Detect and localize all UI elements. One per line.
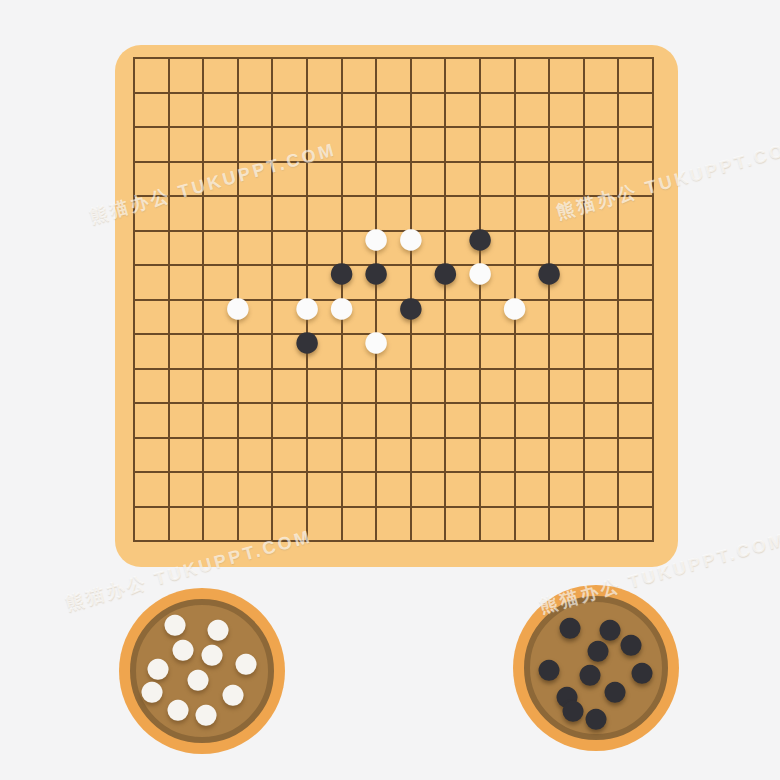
grid-cell (237, 126, 272, 161)
grid-cell (271, 126, 306, 161)
grid-cell (168, 195, 203, 230)
go-stone-white[interactable]: ● (461, 252, 499, 290)
grid-cell (306, 368, 341, 403)
go-stone-white[interactable]: ● (392, 218, 430, 256)
grid-cell (548, 471, 583, 506)
grid-cell (271, 368, 306, 403)
grid-cell (479, 126, 514, 161)
grid-cell (617, 92, 652, 127)
grid-cell (237, 230, 272, 265)
grid-cell (202, 92, 237, 127)
grid-cell (444, 92, 479, 127)
grid-cell (202, 471, 237, 506)
grid-cell (202, 57, 237, 92)
grid-cell (168, 230, 203, 265)
grid-cell (237, 161, 272, 196)
grid-cell (548, 506, 583, 541)
grid-cell (548, 92, 583, 127)
grid-cell (583, 161, 618, 196)
grid-cell (133, 437, 168, 472)
grid-cell (514, 161, 549, 196)
grid-cell (617, 126, 652, 161)
grid-cell (548, 161, 583, 196)
grid-cell (168, 161, 203, 196)
grid-cell (479, 92, 514, 127)
grid-cell (583, 264, 618, 299)
grid-cell (133, 264, 168, 299)
grid-cell (583, 126, 618, 161)
grid-cell (548, 368, 583, 403)
grid-cell (548, 299, 583, 334)
grid-cell (341, 368, 376, 403)
grid-cell (410, 126, 445, 161)
grid-cell (133, 368, 168, 403)
grid-cell (617, 437, 652, 472)
grid-cell (341, 92, 376, 127)
grid-cell (444, 471, 479, 506)
grid-cell (202, 333, 237, 368)
grid-cell (168, 92, 203, 127)
grid-cell (444, 368, 479, 403)
grid-cell (479, 333, 514, 368)
grid-cell (410, 57, 445, 92)
grid-cell (306, 437, 341, 472)
go-stone-white[interactable]: ● (357, 321, 395, 359)
grid-cell (133, 195, 168, 230)
grid-cell (548, 333, 583, 368)
grid-cell (168, 126, 203, 161)
grid-cell (617, 195, 652, 230)
grid-cell (237, 506, 272, 541)
grid-cell (444, 333, 479, 368)
grid-cell (583, 402, 618, 437)
grid-cell (202, 368, 237, 403)
grid-cell (306, 126, 341, 161)
grid-cell (410, 437, 445, 472)
grid-cell (548, 437, 583, 472)
grid-cell (133, 57, 168, 92)
grid-cell (133, 161, 168, 196)
grid-cell (341, 126, 376, 161)
grid-cell (583, 471, 618, 506)
grid-cell (202, 506, 237, 541)
grid-cell (133, 506, 168, 541)
grid-cell (168, 506, 203, 541)
go-stone-white[interactable]: ● (496, 287, 534, 325)
grid-cell (514, 333, 549, 368)
grid-cell (237, 92, 272, 127)
grid-cell (583, 437, 618, 472)
grid-cell (271, 437, 306, 472)
grid-cell (271, 471, 306, 506)
grid-cell (444, 57, 479, 92)
grid-cell (237, 333, 272, 368)
grid-cell (375, 437, 410, 472)
grid-cell (271, 92, 306, 127)
grid-cell (617, 161, 652, 196)
grid-cell (548, 195, 583, 230)
grid-cell (168, 437, 203, 472)
grid-cell (479, 402, 514, 437)
grid-cell (202, 161, 237, 196)
bowl-stone-white[interactable]: ● (188, 694, 225, 731)
grid-cell (341, 161, 376, 196)
grid-cell (583, 368, 618, 403)
grid-cell (617, 333, 652, 368)
grid-cell (375, 471, 410, 506)
grid-cell (514, 437, 549, 472)
grid-cell (133, 471, 168, 506)
grid-cell (271, 161, 306, 196)
grid-cell (341, 57, 376, 92)
grid-cell (583, 299, 618, 334)
grid-cell (410, 402, 445, 437)
grid-cell (410, 471, 445, 506)
grid-cell (168, 57, 203, 92)
go-stone-black[interactable]: ● (426, 252, 464, 290)
grid-cell (133, 402, 168, 437)
grid-cell (444, 506, 479, 541)
grid-cell (341, 471, 376, 506)
grid-cell (514, 92, 549, 127)
grid-cell (479, 161, 514, 196)
go-stone-white[interactable]: ● (323, 287, 361, 325)
grid-cell (271, 506, 306, 541)
grid-cell (583, 230, 618, 265)
grid-cell (617, 299, 652, 334)
grid-cell (514, 368, 549, 403)
grid-cell (202, 230, 237, 265)
grid-cell (583, 333, 618, 368)
grid-cell (202, 126, 237, 161)
grid-cell (479, 368, 514, 403)
grid-cell (410, 161, 445, 196)
grid-cell (375, 506, 410, 541)
grid-cell (617, 230, 652, 265)
grid-cell (617, 368, 652, 403)
grid-cell (341, 506, 376, 541)
grid-cell (410, 368, 445, 403)
grid-cell (237, 57, 272, 92)
grid-cell (237, 368, 272, 403)
grid-cell (306, 402, 341, 437)
grid-cell (375, 57, 410, 92)
grid-cell (617, 506, 652, 541)
grid-cell (548, 126, 583, 161)
grid-cell (271, 230, 306, 265)
grid-cell (479, 57, 514, 92)
grid-cell (444, 299, 479, 334)
grid-cell (271, 195, 306, 230)
grid-cell (410, 333, 445, 368)
grid-cell (133, 126, 168, 161)
grid-cell (514, 471, 549, 506)
grid-cell (341, 437, 376, 472)
grid-cell (168, 333, 203, 368)
grid-cell (479, 437, 514, 472)
grid-cell (479, 471, 514, 506)
grid-cell (133, 333, 168, 368)
grid-cell (168, 264, 203, 299)
grid-cell (375, 92, 410, 127)
grid-cell (479, 506, 514, 541)
grid-cell (375, 402, 410, 437)
grid-cell (306, 195, 341, 230)
grid-cell (514, 126, 549, 161)
grid-cell (514, 506, 549, 541)
grid-cell (202, 437, 237, 472)
grid-cell (306, 57, 341, 92)
grid-cell (271, 57, 306, 92)
grid-cell (271, 402, 306, 437)
grid-cell (375, 126, 410, 161)
grid-cell (237, 402, 272, 437)
grid-cell (583, 57, 618, 92)
grid-cell (514, 402, 549, 437)
grid-cell (306, 92, 341, 127)
grid-cell (583, 506, 618, 541)
grid-cell (202, 402, 237, 437)
grid-cell (583, 195, 618, 230)
go-stone-black[interactable]: ● (392, 287, 430, 325)
go-board: ●●●●●●●●●●●●●●● (115, 45, 678, 567)
grid-cell (306, 471, 341, 506)
grid-cell (514, 195, 549, 230)
grid-cell (133, 230, 168, 265)
grid-cell (444, 126, 479, 161)
grid-cell (410, 92, 445, 127)
grid-cell (237, 437, 272, 472)
grid-cell (548, 402, 583, 437)
grid-cell (375, 368, 410, 403)
grid-cell (444, 402, 479, 437)
go-stone-black[interactable]: ● (288, 321, 326, 359)
grid-cell (237, 471, 272, 506)
grid-cell (202, 195, 237, 230)
grid-cell (583, 92, 618, 127)
grid-cell (617, 402, 652, 437)
grid-cell (375, 161, 410, 196)
grid-cell (444, 437, 479, 472)
grid-cell (410, 506, 445, 541)
grid-cell (306, 161, 341, 196)
go-stone-black[interactable]: ● (530, 252, 568, 290)
go-stone-white[interactable]: ● (219, 287, 257, 325)
grid-cell (133, 299, 168, 334)
grid-cell (306, 506, 341, 541)
grid-cell (548, 57, 583, 92)
grid-cell (168, 402, 203, 437)
grid-cell (617, 57, 652, 92)
grid-cell (617, 264, 652, 299)
go-stone-black[interactable]: ● (357, 252, 395, 290)
grid-cell (444, 161, 479, 196)
bowl-stone-black[interactable]: ● (578, 698, 615, 735)
grid-cell (168, 299, 203, 334)
grid-cell (133, 92, 168, 127)
grid-cell (237, 195, 272, 230)
grid-cell (168, 471, 203, 506)
grid-cell (617, 471, 652, 506)
grid-cell (341, 402, 376, 437)
grid-cell (168, 368, 203, 403)
grid-cell (514, 57, 549, 92)
